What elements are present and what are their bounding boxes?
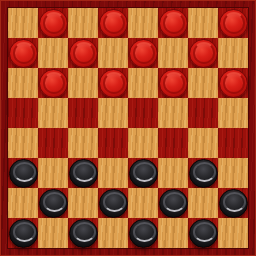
red-piece[interactable]: ⛂: [39, 69, 68, 98]
square-f2[interactable]: ⛀: [158, 188, 188, 218]
red-piece[interactable]: ⛂: [9, 39, 38, 68]
square-h7[interactable]: [218, 38, 248, 68]
black-piece[interactable]: ⛀: [159, 189, 188, 218]
square-h4[interactable]: [218, 128, 248, 158]
square-h6[interactable]: ⛂: [218, 68, 248, 98]
square-c4[interactable]: [68, 128, 98, 158]
red-piece[interactable]: ⛂: [129, 39, 158, 68]
square-a5[interactable]: [8, 98, 38, 128]
square-a7[interactable]: ⛂: [8, 38, 38, 68]
square-c1[interactable]: ⛀: [68, 218, 98, 248]
red-piece[interactable]: ⛂: [39, 9, 68, 38]
square-e2[interactable]: [128, 188, 158, 218]
square-d3[interactable]: [98, 158, 128, 188]
square-a1[interactable]: ⛀: [8, 218, 38, 248]
square-d4[interactable]: [98, 128, 128, 158]
black-piece[interactable]: ⛀: [99, 189, 128, 218]
square-f5[interactable]: [158, 98, 188, 128]
square-a8[interactable]: [8, 8, 38, 38]
square-f4[interactable]: [158, 128, 188, 158]
square-d2[interactable]: ⛀: [98, 188, 128, 218]
square-f3[interactable]: [158, 158, 188, 188]
square-b4[interactable]: [38, 128, 68, 158]
square-f8[interactable]: ⛂: [158, 8, 188, 38]
black-piece[interactable]: ⛀: [129, 219, 158, 248]
square-f6[interactable]: ⛂: [158, 68, 188, 98]
square-c8[interactable]: [68, 8, 98, 38]
square-h3[interactable]: [218, 158, 248, 188]
red-piece[interactable]: ⛂: [219, 9, 248, 38]
black-piece[interactable]: ⛀: [9, 159, 38, 188]
square-f1[interactable]: [158, 218, 188, 248]
square-g8[interactable]: [188, 8, 218, 38]
square-e1[interactable]: ⛀: [128, 218, 158, 248]
square-h5[interactable]: [218, 98, 248, 128]
square-a6[interactable]: [8, 68, 38, 98]
black-piece[interactable]: ⛀: [189, 219, 218, 248]
square-b5[interactable]: [38, 98, 68, 128]
square-d6[interactable]: ⛂: [98, 68, 128, 98]
black-piece[interactable]: ⛀: [9, 219, 38, 248]
square-d7[interactable]: [98, 38, 128, 68]
square-c3[interactable]: ⛀: [68, 158, 98, 188]
square-a4[interactable]: [8, 128, 38, 158]
checkers-board: ⛂⛂⛂⛂⛂⛂⛂⛂⛂⛂⛂⛂⛀⛀⛀⛀⛀⛀⛀⛀⛀⛀⛀⛀: [8, 8, 248, 248]
red-piece[interactable]: ⛂: [159, 69, 188, 98]
square-c7[interactable]: ⛂: [68, 38, 98, 68]
square-f7[interactable]: [158, 38, 188, 68]
square-c6[interactable]: [68, 68, 98, 98]
square-a3[interactable]: ⛀: [8, 158, 38, 188]
black-piece[interactable]: ⛀: [219, 189, 248, 218]
square-g2[interactable]: [188, 188, 218, 218]
red-piece[interactable]: ⛂: [99, 69, 128, 98]
square-b8[interactable]: ⛂: [38, 8, 68, 38]
red-piece[interactable]: ⛂: [69, 39, 98, 68]
square-d1[interactable]: [98, 218, 128, 248]
red-piece[interactable]: ⛂: [189, 39, 218, 68]
square-b6[interactable]: ⛂: [38, 68, 68, 98]
square-h1[interactable]: [218, 218, 248, 248]
black-piece[interactable]: ⛀: [39, 189, 68, 218]
square-g5[interactable]: [188, 98, 218, 128]
square-b2[interactable]: ⛀: [38, 188, 68, 218]
square-a2[interactable]: [8, 188, 38, 218]
square-e6[interactable]: [128, 68, 158, 98]
square-e7[interactable]: ⛂: [128, 38, 158, 68]
square-h2[interactable]: ⛀: [218, 188, 248, 218]
red-piece[interactable]: ⛂: [99, 9, 128, 38]
square-g4[interactable]: [188, 128, 218, 158]
square-g6[interactable]: [188, 68, 218, 98]
square-b1[interactable]: [38, 218, 68, 248]
square-c5[interactable]: [68, 98, 98, 128]
black-piece[interactable]: ⛀: [69, 219, 98, 248]
square-e8[interactable]: [128, 8, 158, 38]
black-piece[interactable]: ⛀: [69, 159, 98, 188]
square-b3[interactable]: [38, 158, 68, 188]
square-e3[interactable]: ⛀: [128, 158, 158, 188]
square-g3[interactable]: ⛀: [188, 158, 218, 188]
square-e4[interactable]: [128, 128, 158, 158]
square-d5[interactable]: [98, 98, 128, 128]
square-h8[interactable]: ⛂: [218, 8, 248, 38]
square-b7[interactable]: [38, 38, 68, 68]
square-d8[interactable]: ⛂: [98, 8, 128, 38]
square-g7[interactable]: ⛂: [188, 38, 218, 68]
square-e5[interactable]: [128, 98, 158, 128]
square-g1[interactable]: ⛀: [188, 218, 218, 248]
red-piece[interactable]: ⛂: [159, 9, 188, 38]
checkers-board-frame: ⛂⛂⛂⛂⛂⛂⛂⛂⛂⛂⛂⛂⛀⛀⛀⛀⛀⛀⛀⛀⛀⛀⛀⛀: [0, 0, 256, 256]
square-c2[interactable]: [68, 188, 98, 218]
red-piece[interactable]: ⛂: [219, 69, 248, 98]
black-piece[interactable]: ⛀: [129, 159, 158, 188]
black-piece[interactable]: ⛀: [189, 159, 218, 188]
